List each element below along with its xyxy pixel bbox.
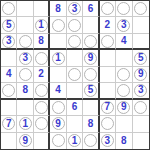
cell-value: 2 xyxy=(101,19,114,32)
cell-value xyxy=(134,117,147,130)
odd-circle: 7 xyxy=(2,117,15,130)
cell-r2c3[interactable]: 1 xyxy=(34,17,50,33)
cell-r4c5[interactable] xyxy=(67,50,83,66)
cell-r6c5[interactable] xyxy=(67,83,83,99)
cell-r7c1[interactable] xyxy=(1,100,17,116)
cell-value: 4 xyxy=(117,35,130,48)
cell-r5c1[interactable]: 4 xyxy=(1,67,17,83)
cell-r3c7[interactable] xyxy=(100,34,116,50)
odd-circle xyxy=(84,134,97,147)
odd-circle xyxy=(117,68,130,81)
cell-r4c7[interactable] xyxy=(100,50,116,66)
odd-circle xyxy=(101,117,114,130)
cell-value xyxy=(35,134,48,147)
cell-r6c6[interactable]: 5 xyxy=(83,83,99,99)
cell-r1c3[interactable] xyxy=(34,1,50,17)
cell-r7c9[interactable] xyxy=(133,100,149,116)
cell-r1c8[interactable] xyxy=(116,1,132,17)
odd-circle: 3 xyxy=(134,84,147,97)
cell-r8c3[interactable] xyxy=(34,116,50,132)
odd-circle: 9 xyxy=(52,117,65,130)
cell-r3c1[interactable]: 3 xyxy=(1,34,17,50)
cell-r1c5[interactable]: 3 xyxy=(67,1,83,17)
cell-r6c9[interactable]: 3 xyxy=(133,83,149,99)
odd-circle xyxy=(35,117,48,130)
cell-value xyxy=(134,19,147,32)
odd-circle: 3 xyxy=(101,134,114,147)
cell-r2c4[interactable] xyxy=(50,17,66,33)
odd-circle: 3 xyxy=(117,19,130,32)
cell-r1c6[interactable]: 6 xyxy=(83,1,99,17)
cell-r4c4[interactable]: 1 xyxy=(50,50,66,66)
cell-r9c8[interactable]: 8 xyxy=(116,133,132,149)
cell-r5c3[interactable]: 2 xyxy=(34,67,50,83)
cell-r2c5[interactable] xyxy=(67,17,83,33)
odd-circle xyxy=(35,84,48,97)
cell-r2c8[interactable]: 3 xyxy=(116,17,132,33)
cell-r1c2[interactable] xyxy=(17,1,33,17)
cell-r1c9[interactable] xyxy=(133,1,149,17)
cell-value: 8 xyxy=(117,134,130,147)
cell-value xyxy=(2,52,15,65)
cell-r2c7[interactable]: 2 xyxy=(100,17,116,33)
odd-circle xyxy=(134,2,147,15)
cell-r1c1[interactable] xyxy=(1,1,17,17)
odd-circle: 9 xyxy=(117,101,130,114)
cell-value xyxy=(101,68,114,81)
cell-value: 4 xyxy=(2,68,15,81)
cell-value xyxy=(68,84,81,97)
cell-value: 8 xyxy=(84,117,97,130)
cell-r3c4[interactable] xyxy=(50,34,66,50)
cell-r8c2[interactable]: 1 xyxy=(17,116,33,132)
cell-value xyxy=(19,101,32,114)
cell-r7c5[interactable]: 6 xyxy=(67,100,83,116)
cell-value: 8 xyxy=(19,84,32,97)
cell-value xyxy=(117,117,130,130)
cell-r8c4[interactable]: 9 xyxy=(50,116,66,132)
cell-r9c5[interactable]: 1 xyxy=(67,133,83,149)
cell-value xyxy=(134,134,147,147)
cell-value xyxy=(2,134,15,147)
cell-value xyxy=(134,35,147,48)
cell-r6c2[interactable]: 8 xyxy=(17,83,33,99)
odd-circle xyxy=(52,134,65,147)
cell-r2c1[interactable]: 5 xyxy=(1,17,17,33)
cell-r9c3[interactable] xyxy=(34,133,50,149)
odd-circle: 5 xyxy=(84,84,97,97)
cell-r6c4[interactable]: 4 xyxy=(50,83,66,99)
cell-r3c2[interactable] xyxy=(17,34,33,50)
odd-circle xyxy=(68,19,81,32)
cell-r3c9[interactable] xyxy=(133,34,149,50)
cell-value xyxy=(117,52,130,65)
odd-circle xyxy=(101,35,114,48)
cell-r3c6[interactable] xyxy=(83,34,99,50)
cell-r5c7[interactable] xyxy=(100,67,116,83)
cell-r8c5[interactable] xyxy=(67,116,83,132)
cell-r6c8[interactable] xyxy=(116,83,132,99)
cell-value xyxy=(68,52,81,65)
cell-r6c3[interactable] xyxy=(34,83,50,99)
cell-r2c9[interactable] xyxy=(133,17,149,33)
odd-circle xyxy=(52,101,65,114)
odd-circle: 5 xyxy=(134,52,147,65)
cell-r2c6[interactable] xyxy=(83,17,99,33)
cell-r4c9[interactable]: 5 xyxy=(133,50,149,66)
cell-r5c5[interactable] xyxy=(67,67,83,83)
odd-circle xyxy=(35,52,48,65)
odd-circle xyxy=(101,2,114,15)
odd-circle xyxy=(19,35,32,48)
odd-circle xyxy=(117,84,130,97)
cell-r3c8[interactable]: 4 xyxy=(116,34,132,50)
odd-circle: 1 xyxy=(19,117,32,130)
cell-r6c7[interactable] xyxy=(100,83,116,99)
odd-circle xyxy=(2,2,15,15)
odd-circle: 5 xyxy=(2,19,15,32)
cell-value xyxy=(101,52,114,65)
cell-r8c1[interactable]: 7 xyxy=(1,116,17,132)
cell-r4c8[interactable] xyxy=(116,50,132,66)
odd-circle xyxy=(134,101,147,114)
cell-r9c9[interactable] xyxy=(133,133,149,149)
odd-circle: 3 xyxy=(2,35,15,48)
cell-r1c7[interactable] xyxy=(100,1,116,17)
cell-r5c9[interactable]: 9 xyxy=(133,67,149,83)
cell-r7c2[interactable] xyxy=(17,100,33,116)
cell-value: 8 xyxy=(35,35,48,48)
cell-r7c7[interactable]: 7 xyxy=(100,100,116,116)
odd-circle xyxy=(35,101,48,114)
cell-r7c3[interactable] xyxy=(34,100,50,116)
cell-r4c1[interactable] xyxy=(1,50,17,66)
odd-circle: 9 xyxy=(19,134,32,147)
cell-r9c6[interactable] xyxy=(83,133,99,149)
odd-circle xyxy=(68,68,81,81)
cell-value xyxy=(35,2,48,15)
odd-circle xyxy=(84,35,97,48)
cell-value xyxy=(2,101,15,114)
cell-value: 6 xyxy=(68,101,81,114)
cell-value xyxy=(19,19,32,32)
cell-r1c4[interactable]: 8 xyxy=(50,1,66,17)
odd-circle xyxy=(52,19,65,32)
odd-circle: 9 xyxy=(134,68,147,81)
cell-r3c3[interactable]: 8 xyxy=(34,34,50,50)
cell-r8c7[interactable] xyxy=(100,116,116,132)
cell-value: 2 xyxy=(35,68,48,81)
odd-circle: 7 xyxy=(101,101,114,114)
cell-r5c2[interactable] xyxy=(17,67,33,83)
cell-r8c6[interactable]: 8 xyxy=(83,116,99,132)
cell-r7c6[interactable] xyxy=(83,100,99,116)
cell-r5c4[interactable] xyxy=(50,67,66,83)
cell-value xyxy=(52,35,65,48)
cell-r7c4[interactable] xyxy=(50,100,66,116)
cell-value xyxy=(19,2,32,15)
odd-circle: 3 xyxy=(68,2,81,15)
cell-value xyxy=(52,68,65,81)
odd-circle xyxy=(2,84,15,97)
cell-r7c8[interactable]: 9 xyxy=(116,100,132,116)
odd-circle: 1 xyxy=(35,19,48,32)
cell-r5c6[interactable] xyxy=(83,67,99,83)
cell-value: 8 xyxy=(52,2,65,15)
odd-circle: 9 xyxy=(84,52,97,65)
odd-circle: 1 xyxy=(52,52,65,65)
cell-value xyxy=(84,101,97,114)
odd-circle: 3 xyxy=(19,52,32,65)
cell-r8c8[interactable] xyxy=(116,116,132,132)
cell-value: 6 xyxy=(84,2,97,15)
cell-value xyxy=(101,84,114,97)
sudoku-board: 83651233843195429845367971989138 xyxy=(0,0,150,150)
cell-r9c7[interactable]: 3 xyxy=(100,133,116,149)
cell-r8c9[interactable] xyxy=(133,116,149,132)
cell-value: 4 xyxy=(52,84,65,97)
cell-r4c6[interactable]: 9 xyxy=(83,50,99,66)
cell-r6c1[interactable] xyxy=(1,83,17,99)
odd-circle: 1 xyxy=(68,134,81,147)
cell-r4c2[interactable]: 3 xyxy=(17,50,33,66)
cell-r4c3[interactable] xyxy=(34,50,50,66)
odd-circle xyxy=(68,35,81,48)
cell-r9c2[interactable]: 9 xyxy=(17,133,33,149)
cell-r9c4[interactable] xyxy=(50,133,66,149)
odd-circle xyxy=(19,68,32,81)
odd-circle xyxy=(117,2,130,15)
cell-value xyxy=(84,19,97,32)
cell-value xyxy=(68,117,81,130)
cell-r3c5[interactable] xyxy=(67,34,83,50)
cell-r2c2[interactable] xyxy=(17,17,33,33)
odd-circle xyxy=(84,68,97,81)
cell-r5c8[interactable] xyxy=(116,67,132,83)
cell-r9c1[interactable] xyxy=(1,133,17,149)
